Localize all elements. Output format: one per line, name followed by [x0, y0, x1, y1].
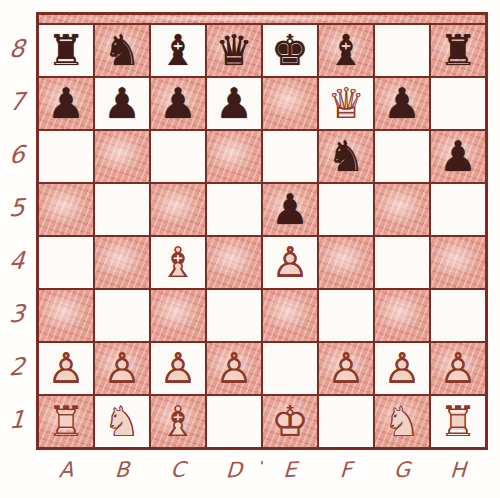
- piece-black-pawn[interactable]: ♟: [39, 78, 93, 129]
- piece-glyph-outline: ♙: [207, 343, 261, 394]
- piece-black-pawn[interactable]: ♟: [151, 78, 205, 129]
- piece-white-pawn[interactable]: ♟♙: [263, 237, 317, 288]
- square-h8[interactable]: ♜: [431, 25, 485, 76]
- file-label-e: E: [262, 457, 317, 484]
- piece-glyph-outline: ♖: [431, 396, 485, 447]
- square-d1[interactable]: [207, 396, 261, 447]
- piece-glyph: ♜: [39, 25, 93, 76]
- piece-black-pawn[interactable]: ♟: [207, 78, 261, 129]
- rank-label-2: 2: [0, 340, 36, 393]
- square-e5[interactable]: ♟: [263, 184, 317, 235]
- piece-black-pawn[interactable]: ♟: [95, 78, 149, 129]
- piece-white-bishop[interactable]: ♝♗: [151, 396, 205, 447]
- piece-black-rook[interactable]: ♜: [39, 25, 93, 76]
- piece-white-pawn[interactable]: ♟♙: [207, 343, 261, 394]
- piece-glyph-outline: ♔: [263, 396, 317, 447]
- piece-white-rook[interactable]: ♜♖: [431, 396, 485, 447]
- piece-black-pawn[interactable]: ♟: [375, 78, 429, 129]
- square-f4[interactable]: [319, 237, 373, 288]
- square-e7[interactable]: [263, 78, 317, 129]
- square-a7[interactable]: ♟: [39, 78, 93, 129]
- square-f8[interactable]: ♝: [319, 25, 373, 76]
- square-e4[interactable]: ♟♙: [263, 237, 317, 288]
- piece-glyph: ♟: [431, 131, 485, 182]
- square-f6[interactable]: ♞: [319, 131, 373, 182]
- square-g6[interactable]: [375, 131, 429, 182]
- piece-white-pawn[interactable]: ♟♙: [375, 343, 429, 394]
- square-h4[interactable]: [431, 237, 485, 288]
- piece-white-pawn[interactable]: ♟♙: [39, 343, 93, 394]
- file-labels: ' ABCDEFGH: [39, 458, 485, 482]
- square-c5[interactable]: [151, 184, 205, 235]
- square-h5[interactable]: [431, 184, 485, 235]
- piece-black-queen[interactable]: ♛: [207, 25, 261, 76]
- chess-diagram: 87654321 ♜♞♝♛♚♝♜♟♟♟♟♛♕♟♞♟♟♝♗♟♙♟♙♟♙♟♙♟♙♟♙…: [0, 0, 500, 498]
- square-d6[interactable]: [207, 131, 261, 182]
- square-b7[interactable]: ♟: [95, 78, 149, 129]
- piece-black-knight[interactable]: ♞: [319, 131, 373, 182]
- square-g3[interactable]: [375, 290, 429, 341]
- piece-glyph: ♟: [207, 78, 261, 129]
- square-d8[interactable]: ♛: [207, 25, 261, 76]
- square-d3[interactable]: [207, 290, 261, 341]
- square-d4[interactable]: [207, 237, 261, 288]
- square-g5[interactable]: [375, 184, 429, 235]
- square-d2[interactable]: ♟♙: [207, 343, 261, 394]
- square-a8[interactable]: ♜: [39, 25, 93, 76]
- piece-glyph: ♟: [151, 78, 205, 129]
- rank-label-8: 8: [0, 22, 36, 75]
- square-b6[interactable]: [95, 131, 149, 182]
- piece-glyph: ♝: [319, 25, 373, 76]
- square-b3[interactable]: [95, 290, 149, 341]
- square-f1[interactable]: [319, 396, 373, 447]
- piece-black-bishop[interactable]: ♝: [319, 25, 373, 76]
- square-h3[interactable]: [431, 290, 485, 341]
- square-g2[interactable]: ♟♙: [375, 343, 429, 394]
- piece-glyph: ♚: [263, 25, 317, 76]
- piece-black-bishop[interactable]: ♝: [151, 25, 205, 76]
- square-f7[interactable]: ♛♕: [319, 78, 373, 129]
- square-a3[interactable]: [39, 290, 93, 341]
- square-h1[interactable]: ♜♖: [431, 396, 485, 447]
- square-c8[interactable]: ♝: [151, 25, 205, 76]
- square-f2[interactable]: ♟♙: [319, 343, 373, 394]
- piece-white-king[interactable]: ♚♔: [263, 396, 317, 447]
- square-c7[interactable]: ♟: [151, 78, 205, 129]
- piece-glyph-outline: ♙: [375, 343, 429, 394]
- piece-glyph: ♟: [375, 78, 429, 129]
- piece-glyph: ♟: [263, 184, 317, 235]
- square-c4[interactable]: ♝♗: [151, 237, 205, 288]
- chess-board: ♜♞♝♛♚♝♜♟♟♟♟♛♕♟♞♟♟♝♗♟♙♟♙♟♙♟♙♟♙♟♙♟♙♟♙♜♖♞♘♝…: [36, 12, 488, 450]
- square-d5[interactable]: [207, 184, 261, 235]
- piece-glyph: ♞: [95, 25, 149, 76]
- piece-glyph-outline: ♘: [375, 396, 429, 447]
- square-b2[interactable]: ♟♙: [95, 343, 149, 394]
- piece-black-knight[interactable]: ♞: [95, 25, 149, 76]
- square-f3[interactable]: [319, 290, 373, 341]
- piece-white-pawn[interactable]: ♟♙: [151, 343, 205, 394]
- piece-black-king[interactable]: ♚: [263, 25, 317, 76]
- piece-glyph: ♜: [431, 25, 485, 76]
- square-c2[interactable]: ♟♙: [151, 343, 205, 394]
- square-a1[interactable]: ♜♖: [39, 396, 93, 447]
- piece-black-rook[interactable]: ♜: [431, 25, 485, 76]
- square-b4[interactable]: [95, 237, 149, 288]
- square-g7[interactable]: ♟: [375, 78, 429, 129]
- file-label-c: C: [150, 457, 205, 484]
- rank-label-1: 1: [0, 393, 36, 446]
- piece-white-rook[interactable]: ♜♖: [39, 396, 93, 447]
- square-h2[interactable]: ♟♙: [431, 343, 485, 394]
- square-e3[interactable]: [263, 290, 317, 341]
- square-e1[interactable]: ♚♔: [263, 396, 317, 447]
- piece-glyph-outline: ♕: [319, 78, 373, 129]
- rank-label-4: 4: [0, 234, 36, 287]
- file-label-a: A: [38, 457, 93, 484]
- board-top-strip: [39, 15, 485, 23]
- piece-white-queen[interactable]: ♛♕: [319, 78, 373, 129]
- piece-glyph-outline: ♙: [95, 343, 149, 394]
- piece-glyph: ♟: [39, 78, 93, 129]
- piece-white-pawn[interactable]: ♟♙: [95, 343, 149, 394]
- piece-white-bishop[interactable]: ♝♗: [151, 237, 205, 288]
- square-f5[interactable]: [319, 184, 373, 235]
- square-g4[interactable]: [375, 237, 429, 288]
- rank-label-5: 5: [0, 181, 36, 234]
- square-b1[interactable]: ♞♘: [95, 396, 149, 447]
- board-grid: ♜♞♝♛♚♝♜♟♟♟♟♛♕♟♞♟♟♝♗♟♙♟♙♟♙♟♙♟♙♟♙♟♙♟♙♜♖♞♘♝…: [39, 25, 485, 447]
- rank-label-3: 3: [0, 287, 36, 340]
- piece-white-knight[interactable]: ♞♘: [95, 396, 149, 447]
- piece-glyph-outline: ♙: [39, 343, 93, 394]
- piece-black-pawn[interactable]: ♟: [263, 184, 317, 235]
- file-label-f: F: [318, 457, 373, 484]
- piece-glyph-outline: ♘: [95, 396, 149, 447]
- piece-glyph-outline: ♙: [319, 343, 373, 394]
- square-g1[interactable]: ♞♘: [375, 396, 429, 447]
- piece-glyph: ♝: [151, 25, 205, 76]
- piece-white-pawn[interactable]: ♟♙: [319, 343, 373, 394]
- square-d7[interactable]: ♟: [207, 78, 261, 129]
- piece-glyph-outline: ♙: [263, 237, 317, 288]
- piece-glyph: ♟: [95, 78, 149, 129]
- square-a6[interactable]: [39, 131, 93, 182]
- piece-glyph: ♛: [207, 25, 261, 76]
- square-c1[interactable]: ♝♗: [151, 396, 205, 447]
- piece-glyph-outline: ♖: [39, 396, 93, 447]
- piece-white-pawn[interactable]: ♟♙: [431, 343, 485, 394]
- piece-glyph-outline: ♙: [151, 343, 205, 394]
- piece-white-knight[interactable]: ♞♘: [375, 396, 429, 447]
- piece-glyph-outline: ♗: [151, 396, 205, 447]
- file-label-b: B: [94, 457, 149, 484]
- square-c6[interactable]: [151, 131, 205, 182]
- square-c3[interactable]: [151, 290, 205, 341]
- square-a5[interactable]: [39, 184, 93, 235]
- file-label-d: D: [206, 457, 261, 484]
- piece-black-pawn[interactable]: ♟: [431, 131, 485, 182]
- square-g8[interactable]: [375, 25, 429, 76]
- square-e8[interactable]: ♚: [263, 25, 317, 76]
- square-e2[interactable]: [263, 343, 317, 394]
- rank-labels: 87654321: [0, 23, 34, 445]
- file-label-g: G: [374, 457, 429, 484]
- file-label-h: H: [430, 457, 485, 484]
- square-h6[interactable]: ♟: [431, 131, 485, 182]
- piece-glyph: ♞: [319, 131, 373, 182]
- piece-glyph-outline: ♗: [151, 237, 205, 288]
- piece-glyph-outline: ♙: [431, 343, 485, 394]
- square-h7[interactable]: [431, 78, 485, 129]
- square-a2[interactable]: ♟♙: [39, 343, 93, 394]
- square-b8[interactable]: ♞: [95, 25, 149, 76]
- rank-label-7: 7: [0, 75, 36, 128]
- rank-label-6: 6: [0, 128, 36, 181]
- square-a4[interactable]: [39, 237, 93, 288]
- square-e6[interactable]: [263, 131, 317, 182]
- square-b5[interactable]: [95, 184, 149, 235]
